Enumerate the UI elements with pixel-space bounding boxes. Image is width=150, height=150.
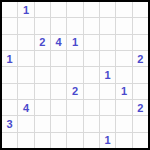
cell-empty[interactable] [100,100,115,115]
cell-clue: 2 [133,100,148,115]
cell-empty[interactable] [84,2,99,17]
cell-empty[interactable] [133,116,148,131]
cell-empty[interactable] [18,116,33,131]
cell-empty[interactable] [116,2,131,17]
cell-empty[interactable] [35,84,50,99]
cell-empty[interactable] [67,133,82,148]
cell-empty[interactable] [133,2,148,17]
cell-clue: 1 [18,2,33,17]
cell-empty[interactable] [133,67,148,82]
cell-empty[interactable] [133,133,148,148]
cell-empty[interactable] [35,51,50,66]
cell-empty[interactable] [18,133,33,148]
cell-empty[interactable] [18,51,33,66]
cell-empty[interactable] [18,67,33,82]
cell-empty[interactable] [51,51,66,66]
cell-empty[interactable] [84,133,99,148]
cell-clue: 1 [67,35,82,50]
cell-empty[interactable] [2,35,17,50]
cell-empty[interactable] [116,116,131,131]
cell-empty[interactable] [35,116,50,131]
cell-empty[interactable] [51,84,66,99]
cell-empty[interactable] [51,2,66,17]
cell-clue: 1 [100,133,115,148]
cell-empty[interactable] [84,18,99,33]
cell-empty[interactable] [2,100,17,115]
cell-empty[interactable] [116,51,131,66]
cell-clue: 1 [2,51,17,66]
cell-clue: 4 [51,35,66,50]
cell-empty[interactable] [2,67,17,82]
cell-empty[interactable] [18,18,33,33]
cell-empty[interactable] [51,18,66,33]
cell-empty[interactable] [51,100,66,115]
cell-empty[interactable] [18,84,33,99]
cell-empty[interactable] [84,67,99,82]
cell-empty[interactable] [67,67,82,82]
cell-empty[interactable] [67,116,82,131]
cell-empty[interactable] [133,84,148,99]
cell-empty[interactable] [133,18,148,33]
cell-empty[interactable] [116,35,131,50]
cell-empty[interactable] [2,2,17,17]
cell-clue: 2 [35,35,50,50]
cell-empty[interactable] [116,67,131,82]
cell-empty[interactable] [51,116,66,131]
cell-empty[interactable] [35,133,50,148]
cell-empty[interactable] [18,35,33,50]
cell-empty[interactable] [2,18,17,33]
cell-clue: 3 [2,116,17,131]
cell-empty[interactable] [35,2,50,17]
cell-empty[interactable] [100,51,115,66]
cell-empty[interactable] [35,18,50,33]
cell-empty[interactable] [2,133,17,148]
cell-empty[interactable] [116,18,131,33]
cell-empty[interactable] [67,51,82,66]
cell-empty[interactable] [116,133,131,148]
cell-empty[interactable] [84,51,99,66]
cell-empty[interactable] [84,116,99,131]
cell-empty[interactable] [67,18,82,33]
cell-clue: 4 [18,100,33,115]
cell-empty[interactable] [67,2,82,17]
cell-empty[interactable] [67,100,82,115]
cell-clue: 2 [133,51,148,66]
cell-empty[interactable] [84,35,99,50]
puzzle-board: 1241121214231 [0,0,150,150]
cell-clue: 2 [67,84,82,99]
cell-empty[interactable] [100,84,115,99]
cell-empty[interactable] [100,18,115,33]
cell-empty[interactable] [84,100,99,115]
cell-empty[interactable] [51,133,66,148]
cell-empty[interactable] [100,116,115,131]
cell-empty[interactable] [51,67,66,82]
cell-empty[interactable] [116,100,131,115]
cell-empty[interactable] [35,67,50,82]
cell-empty[interactable] [35,100,50,115]
cell-empty[interactable] [2,84,17,99]
cell-empty[interactable] [84,84,99,99]
cell-clue: 1 [116,84,131,99]
cell-empty[interactable] [100,2,115,17]
cell-empty[interactable] [100,35,115,50]
cell-clue: 1 [100,67,115,82]
cell-empty[interactable] [133,35,148,50]
